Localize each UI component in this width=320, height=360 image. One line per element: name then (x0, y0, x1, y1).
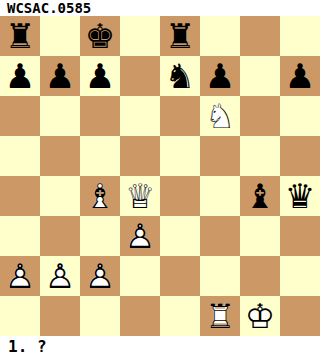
white-bishop: ♝♗ (80, 176, 120, 216)
square-f4[interactable] (200, 176, 240, 216)
square-b1[interactable] (40, 296, 80, 336)
square-c1[interactable] (80, 296, 120, 336)
square-b7[interactable]: ♟ (40, 56, 80, 96)
square-g2[interactable] (240, 256, 280, 296)
square-e1[interactable] (160, 296, 200, 336)
black-rook: ♜ (160, 16, 200, 56)
square-a3[interactable] (0, 216, 40, 256)
square-a5[interactable] (0, 136, 40, 176)
square-h7[interactable]: ♟ (280, 56, 320, 96)
square-h6[interactable] (280, 96, 320, 136)
black-king: ♚ (80, 16, 120, 56)
square-e5[interactable] (160, 136, 200, 176)
black-knight: ♞ (160, 56, 200, 96)
white-pawn: ♟♙ (40, 256, 80, 296)
square-h4[interactable]: ♛ (280, 176, 320, 216)
square-f6[interactable]: ♞♘ (200, 96, 240, 136)
square-e3[interactable] (160, 216, 200, 256)
square-d7[interactable] (120, 56, 160, 96)
square-b3[interactable] (40, 216, 80, 256)
square-f1[interactable]: ♜♖ (200, 296, 240, 336)
square-c8[interactable]: ♚ (80, 16, 120, 56)
white-king: ♚♔ (240, 296, 280, 336)
square-c7[interactable]: ♟ (80, 56, 120, 96)
square-b6[interactable] (40, 96, 80, 136)
square-e7[interactable]: ♞ (160, 56, 200, 96)
square-b4[interactable] (40, 176, 80, 216)
square-g5[interactable] (240, 136, 280, 176)
square-a6[interactable] (0, 96, 40, 136)
move-prompt: 1. ? (0, 336, 320, 360)
square-f5[interactable] (200, 136, 240, 176)
square-f2[interactable] (200, 256, 240, 296)
window-title: WCSAC.0585 (0, 0, 320, 16)
square-h5[interactable] (280, 136, 320, 176)
square-c6[interactable] (80, 96, 120, 136)
chess-board: ♜♚♜♟♟♟♞♟♟♞♘♝♗♛♕♝♛♟♙♟♙♟♙♟♙♜♖♚♔ (0, 16, 320, 336)
square-f8[interactable] (200, 16, 240, 56)
square-e4[interactable] (160, 176, 200, 216)
black-bishop: ♝ (240, 176, 280, 216)
square-h1[interactable] (280, 296, 320, 336)
square-b2[interactable]: ♟♙ (40, 256, 80, 296)
square-d6[interactable] (120, 96, 160, 136)
square-d2[interactable] (120, 256, 160, 296)
square-f7[interactable]: ♟ (200, 56, 240, 96)
chess-app-window: WCSAC.0585 ♜♚♜♟♟♟♞♟♟♞♘♝♗♛♕♝♛♟♙♟♙♟♙♟♙♜♖♚♔… (0, 0, 320, 360)
square-h8[interactable] (280, 16, 320, 56)
black-rook: ♜ (0, 16, 40, 56)
white-pawn: ♟♙ (80, 256, 120, 296)
square-g8[interactable] (240, 16, 280, 56)
black-pawn: ♟ (40, 56, 80, 96)
white-pawn: ♟♙ (0, 256, 40, 296)
square-h2[interactable] (280, 256, 320, 296)
square-e2[interactable] (160, 256, 200, 296)
square-d4[interactable]: ♛♕ (120, 176, 160, 216)
square-c5[interactable] (80, 136, 120, 176)
square-a1[interactable] (0, 296, 40, 336)
square-e6[interactable] (160, 96, 200, 136)
square-h3[interactable] (280, 216, 320, 256)
square-d1[interactable] (120, 296, 160, 336)
square-e8[interactable]: ♜ (160, 16, 200, 56)
square-f3[interactable] (200, 216, 240, 256)
square-b5[interactable] (40, 136, 80, 176)
square-a2[interactable]: ♟♙ (0, 256, 40, 296)
square-g3[interactable] (240, 216, 280, 256)
square-b8[interactable] (40, 16, 80, 56)
black-pawn: ♟ (200, 56, 240, 96)
square-a4[interactable] (0, 176, 40, 216)
square-g7[interactable] (240, 56, 280, 96)
square-d3[interactable]: ♟♙ (120, 216, 160, 256)
white-rook: ♜♖ (200, 296, 240, 336)
white-queen: ♛♕ (120, 176, 160, 216)
square-g6[interactable] (240, 96, 280, 136)
black-pawn: ♟ (80, 56, 120, 96)
black-queen: ♛ (280, 176, 320, 216)
black-pawn: ♟ (0, 56, 40, 96)
square-a7[interactable]: ♟ (0, 56, 40, 96)
square-g4[interactable]: ♝ (240, 176, 280, 216)
square-g1[interactable]: ♚♔ (240, 296, 280, 336)
square-d5[interactable] (120, 136, 160, 176)
white-knight: ♞♘ (200, 96, 240, 136)
square-c4[interactable]: ♝♗ (80, 176, 120, 216)
square-c2[interactable]: ♟♙ (80, 256, 120, 296)
square-d8[interactable] (120, 16, 160, 56)
black-pawn: ♟ (280, 56, 320, 96)
square-a8[interactable]: ♜ (0, 16, 40, 56)
square-c3[interactable] (80, 216, 120, 256)
white-pawn: ♟♙ (120, 216, 160, 256)
